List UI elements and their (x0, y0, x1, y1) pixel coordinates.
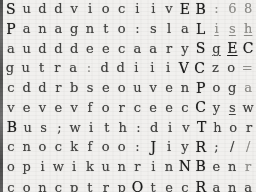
grid-cell[interactable]: s (36, 117, 52, 137)
grid-cell[interactable]: i (130, 0, 146, 19)
grid-cell[interactable]: J (145, 137, 161, 157)
grid-cell[interactable]: s (224, 19, 240, 39)
grid-cell[interactable]: o (114, 137, 130, 157)
grid-cell[interactable]: r (114, 98, 130, 118)
grid-cell[interactable]: S (3, 0, 19, 19)
grid-cell[interactable]: r (161, 38, 177, 58)
grid-cell[interactable]: n (177, 78, 193, 98)
grid-cell[interactable]: v (178, 117, 194, 137)
grid-cell[interactable]: P (3, 19, 19, 39)
grid-cell[interactable]: f (82, 98, 98, 118)
grid-cell[interactable]: w (50, 157, 66, 177)
grid-cell[interactable]: g (209, 38, 225, 58)
grid-cell[interactable]: h (115, 117, 131, 137)
grid-cell[interactable]: i (66, 157, 82, 177)
grid-cell[interactable]: c (114, 38, 130, 58)
grid-cell[interactable]: v (66, 0, 82, 19)
grid-cell[interactable]: h (210, 117, 226, 137)
grid-cell[interactable]: u (130, 78, 146, 98)
grid-cell[interactable]: i (144, 58, 160, 78)
letter-grid: SuddviociivEB:68Panagnto:slaLishaudddeec… (3, 0, 256, 192)
grid-cell[interactable]: V (176, 58, 192, 78)
grid-cell[interactable]: o (98, 0, 114, 19)
grid-cell[interactable]: C (192, 58, 208, 78)
grid-cell[interactable]: n (161, 157, 177, 177)
grid-cell[interactable]: o (114, 19, 130, 39)
grid-cell[interactable]: g (224, 78, 240, 98)
grid-cell[interactable]: c (50, 177, 66, 192)
grid-cell[interactable]: p (66, 177, 82, 192)
grid-cell[interactable]: u (20, 117, 36, 137)
grid-cell[interactable]: g (2, 58, 18, 78)
grid-cell[interactable]: e (98, 38, 114, 58)
grid-cell[interactable]: : (81, 58, 97, 78)
grid-cell[interactable]: c (114, 0, 130, 19)
grid-cell[interactable]: z (208, 58, 224, 78)
grid-cell[interactable]: i (82, 0, 98, 19)
grid-cell[interactable]: o (3, 157, 19, 177)
grid-cell[interactable]: c (177, 98, 193, 118)
grid-cell[interactable]: y (177, 137, 193, 157)
grid-cell[interactable]: E (177, 0, 193, 19)
grid-cell[interactable]: d (35, 0, 51, 19)
grid-cell[interactable]: f (82, 137, 98, 157)
grid-cell[interactable]: s (224, 98, 240, 118)
grid-cell[interactable]: y (209, 98, 225, 118)
grid-cell[interactable]: v (66, 98, 82, 118)
grid-cell[interactable]: o (209, 78, 225, 98)
grid-cell[interactable]: d (146, 117, 162, 137)
grid-cell[interactable]: e (19, 98, 35, 118)
grid-cell[interactable]: r (98, 177, 114, 192)
grid-cell[interactable]: a (145, 38, 161, 58)
grid-cell[interactable]: : (209, 0, 225, 19)
grid-cell[interactable]: y (177, 38, 193, 58)
grid-cell[interactable]: a (240, 177, 256, 192)
grid-cell[interactable]: d (50, 0, 66, 19)
grid-cell[interactable]: u (18, 58, 34, 78)
grid-cell[interactable]: s (145, 19, 161, 39)
grid-cell[interactable]: o (19, 177, 35, 192)
grid-cell[interactable]: w (67, 117, 83, 137)
grid-cell[interactable]: n (35, 177, 51, 192)
grid-cell[interactable]: e (161, 98, 177, 118)
grid-cell[interactable]: : (131, 117, 147, 137)
grid-cell[interactable]: p (114, 177, 130, 192)
grid-cell[interactable]: v (3, 98, 19, 118)
grid-cell[interactable]: n (35, 19, 51, 39)
grid-cell[interactable]: h (240, 19, 256, 39)
grid-cell[interactable]: e (145, 98, 161, 118)
grid-cell[interactable]: k (82, 157, 98, 177)
grid-cell[interactable]: d (97, 58, 113, 78)
grid-cell[interactable]: E (224, 38, 240, 58)
grid-cell[interactable]: v (161, 0, 177, 19)
grid-cell[interactable]: a (209, 177, 225, 192)
grid-cell[interactable]: d (113, 58, 129, 78)
grid-cell[interactable]: a (177, 19, 193, 39)
grid-cell[interactable]: a (19, 19, 35, 39)
grid-cell[interactable]: ; (209, 137, 225, 157)
grid-cell[interactable]: s (82, 78, 98, 98)
grid-cell[interactable]: e (98, 78, 114, 98)
grid-cell[interactable]: t (145, 177, 161, 192)
grid-cell[interactable]: a (50, 19, 66, 39)
grid-cell[interactable]: n (19, 137, 35, 157)
grid-cell[interactable]: ; (51, 117, 67, 137)
grid-cell[interactable]: u (19, 0, 35, 19)
grid-cell[interactable]: i (162, 117, 178, 137)
grid-cell[interactable]: e (161, 177, 177, 192)
grid-cell[interactable]: o (98, 98, 114, 118)
scanned-letter-grid-page: SuddviociivEB:68Panagnto:slaLishaudddeec… (0, 0, 256, 192)
grid-cell[interactable]: i (145, 157, 161, 177)
grid-cell[interactable]: r (241, 117, 256, 137)
grid-cell[interactable]: = (239, 58, 255, 78)
grid-cell[interactable]: n (224, 157, 240, 177)
grid-cell[interactable]: k (66, 137, 82, 157)
grid-cell[interactable]: O (130, 177, 146, 192)
grid-cell[interactable]: n (114, 157, 130, 177)
grid-cell[interactable]: e (209, 157, 225, 177)
grid-cell[interactable]: o (35, 137, 51, 157)
grid-cell[interactable]: a (130, 38, 146, 58)
grid-cell[interactable]: d (35, 78, 51, 98)
grid-cell[interactable]: P (193, 78, 209, 98)
grid-cell[interactable]: T (194, 117, 210, 137)
grid-cell[interactable]: v (145, 78, 161, 98)
grid-cell[interactable]: d (19, 78, 35, 98)
grid-cell[interactable]: r (50, 78, 66, 98)
grid-cell[interactable]: B (193, 0, 209, 19)
grid-cell[interactable]: a (240, 78, 256, 98)
grid-cell[interactable]: c (3, 137, 19, 157)
grid-cell[interactable]: i (161, 137, 177, 157)
grid-cell[interactable]: c (3, 78, 19, 98)
grid-cell[interactable]: o (114, 78, 130, 98)
grid-cell[interactable]: B (4, 117, 20, 137)
grid-cell[interactable]: i (160, 58, 176, 78)
grid-cell[interactable]: c (130, 98, 146, 118)
grid-cell[interactable]: d (35, 38, 51, 58)
grid-cell[interactable]: i (35, 157, 51, 177)
grid-cell[interactable]: / (224, 137, 240, 157)
grid-cell[interactable]: e (161, 78, 177, 98)
grid-cell[interactable]: r (130, 157, 146, 177)
grid-cell[interactable]: : (130, 19, 146, 39)
scan-edge-artifact (0, 0, 3, 192)
grid-cell[interactable]: e (50, 98, 66, 118)
grid-cell[interactable]: L (193, 19, 209, 39)
grid-cell[interactable]: / (240, 137, 256, 157)
grid-cell[interactable]: n (82, 19, 98, 39)
grid-cell[interactable]: : (130, 137, 146, 157)
grid-cell[interactable]: r (240, 157, 256, 177)
grid-cell[interactable]: p (19, 157, 35, 177)
grid-cell[interactable]: i (83, 117, 99, 137)
grid-cell[interactable]: d (66, 38, 82, 58)
grid-cell[interactable]: t (82, 177, 98, 192)
grid-cell[interactable]: t (34, 58, 50, 78)
grid-cell[interactable]: e (82, 38, 98, 58)
grid-cell[interactable]: t (99, 117, 115, 137)
grid-cell[interactable]: S (193, 38, 209, 58)
grid-cell[interactable]: a (65, 58, 81, 78)
grid-cell[interactable]: 6 (224, 0, 240, 19)
grid-cell[interactable]: c (50, 137, 66, 157)
grid-cell[interactable]: R (193, 137, 209, 157)
grid-cell[interactable]: N (177, 157, 193, 177)
grid-cell[interactable]: i (145, 0, 161, 19)
grid-cell[interactable]: C (240, 38, 256, 58)
grid-cell[interactable]: B (193, 157, 209, 177)
grid-cell[interactable]: d (50, 38, 66, 58)
grid-cell[interactable]: n (224, 177, 240, 192)
grid-cell[interactable]: l (161, 19, 177, 39)
grid-cell[interactable]: u (19, 38, 35, 58)
grid-cell[interactable]: 8 (240, 0, 256, 19)
grid-cell[interactable]: R (193, 177, 209, 192)
grid-cell[interactable]: C (193, 98, 209, 118)
grid-cell[interactable]: o (98, 137, 114, 157)
grid-cell[interactable]: w (240, 98, 256, 118)
grid-cell[interactable]: g (66, 19, 82, 39)
grid-cell[interactable]: a (3, 38, 19, 58)
grid-cell[interactable]: o (223, 58, 239, 78)
grid-cell[interactable]: r (49, 58, 65, 78)
grid-cell[interactable]: b (66, 78, 82, 98)
grid-cell[interactable]: c (177, 177, 193, 192)
grid-cell[interactable]: c (3, 177, 19, 192)
grid-cell[interactable]: v (35, 98, 51, 118)
grid-cell[interactable]: t (98, 19, 114, 39)
grid-cell[interactable]: o (225, 117, 241, 137)
grid-cell[interactable]: i (209, 19, 225, 39)
grid-cell[interactable]: i (129, 58, 145, 78)
grid-cell[interactable]: u (98, 157, 114, 177)
